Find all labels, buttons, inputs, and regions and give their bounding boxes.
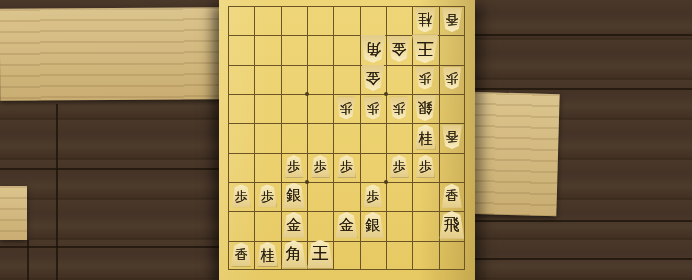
hoshi-dot — [384, 180, 388, 184]
plank-seam — [474, 220, 692, 222]
plank-seam — [474, 88, 692, 90]
wood-plank-upper-left — [0, 7, 224, 101]
plank-seam — [27, 240, 29, 280]
hoshi-dot — [305, 180, 309, 184]
hoshi-dot — [384, 92, 388, 96]
plank-seam — [0, 246, 219, 248]
wood-plank-right — [466, 92, 559, 216]
plank-seam — [56, 104, 58, 280]
plank-seam — [474, 34, 692, 36]
plank-seam — [0, 168, 219, 170]
hoshi-dot — [305, 92, 309, 96]
wood-plank-lower-left — [0, 186, 27, 240]
plank-seam — [474, 258, 692, 260]
table-background: 桂香角金王金歩歩歩歩歩銀香桂歩歩歩歩歩歩歩銀歩香金金銀飛香桂角王 — [0, 0, 692, 280]
shogi-board[interactable]: 桂香角金王金歩歩歩歩歩銀香桂歩歩歩歩歩歩歩銀歩香金金銀飛香桂角王 — [219, 0, 475, 280]
